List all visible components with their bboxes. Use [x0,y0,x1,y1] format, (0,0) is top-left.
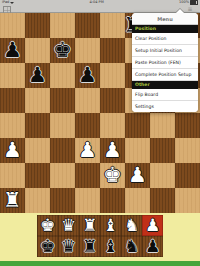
tray-white-rook[interactable]: ♜ [79,215,100,236]
piece-tray: ♚♛♜♝♞♟♚♛♜♝♞♟ [0,213,200,261]
square-a6[interactable] [0,63,25,88]
white-rook-icon: ♜ [82,215,97,236]
square-e2[interactable]: ♚ [100,163,125,188]
square-b4[interactable] [25,113,50,138]
black-rook-icon: ♜ [82,236,97,257]
square-c5[interactable] [50,88,75,113]
square-f1[interactable] [125,188,150,213]
square-e7[interactable] [100,38,125,63]
menu-item-complete-position-setup[interactable]: Complete Position Setup [132,69,198,81]
menu-item-clear-position[interactable]: Clear Position [132,33,198,45]
square-a8[interactable] [0,13,25,38]
tray-black-queen[interactable]: ♛ [58,236,79,257]
square-h3[interactable] [175,138,200,163]
black-king-icon: ♚ [40,236,55,257]
menu-section-position: Position [132,25,198,33]
tray-white-bishop[interactable]: ♝ [100,215,121,236]
square-a1[interactable]: ♜ [0,188,25,213]
tray-white-knight[interactable]: ♞ [121,215,142,236]
white-bishop-icon: ♝ [103,215,118,236]
bottom-bar [0,261,200,266]
square-e5[interactable] [100,88,125,113]
tray-white-queen[interactable]: ♛ [58,215,79,236]
square-e1[interactable] [100,188,125,213]
white-pawn-icon: ♟ [145,215,160,236]
white-king: ♚ [103,163,122,188]
square-g3[interactable] [150,138,175,163]
square-g1[interactable] [150,188,175,213]
square-g2[interactable] [150,163,175,188]
square-c8[interactable] [50,13,75,38]
square-c3[interactable] [50,138,75,163]
nav-bar: New Position ≡ [0,5,200,13]
white-pawn: ♟ [78,138,97,163]
square-e3[interactable]: ♟ [100,138,125,163]
menu-button[interactable]: ≡ [186,6,194,12]
tray-black-rook[interactable]: ♜ [79,236,100,257]
header: iPad 4:04 PM 100% New Position ≡ [0,0,200,13]
tray-black-pawn[interactable]: ♟ [142,236,163,257]
wifi-icon [10,2,14,4]
square-c2[interactable] [50,163,75,188]
black-bishop-icon: ♝ [103,236,118,257]
white-pawn: ♟ [3,138,22,163]
square-d8[interactable] [75,13,100,38]
square-a2[interactable] [0,163,25,188]
tray-white-pawn[interactable]: ♟ [142,215,163,236]
square-d1[interactable] [75,188,100,213]
square-c1[interactable] [50,188,75,213]
square-h4[interactable] [175,113,200,138]
square-f4[interactable] [125,113,150,138]
square-d5[interactable] [75,88,100,113]
square-b8[interactable] [25,13,50,38]
square-b7[interactable] [25,38,50,63]
white-rook: ♜ [3,188,22,213]
piece-tray-grid: ♚♛♜♝♞♟♚♛♜♝♞♟ [37,215,163,257]
square-b2[interactable] [25,163,50,188]
square-a4[interactable] [0,113,25,138]
square-a3[interactable]: ♟ [0,138,25,163]
tray-white-king[interactable]: ♚ [37,215,58,236]
black-king: ♚ [53,38,72,63]
white-king-icon: ♚ [40,215,55,236]
popover-menu: Menu PositionClear PositionSetup Initial… [132,13,198,112]
square-d7[interactable] [75,38,100,63]
white-knight-icon: ♞ [124,215,139,236]
square-b5[interactable] [25,88,50,113]
white-pawn: ♟ [103,138,122,163]
black-pawn: ♟ [78,63,97,88]
menu-item-flip-board[interactable]: Flip Board [132,89,198,101]
square-h1[interactable] [175,188,200,213]
tray-black-bishop[interactable]: ♝ [100,236,121,257]
black-knight-icon: ♞ [124,236,139,257]
menu-item-paste-position-fen[interactable]: Paste Position (FEN) [132,57,198,69]
square-b1[interactable] [25,188,50,213]
square-e8[interactable] [100,13,125,38]
square-d4[interactable] [75,113,100,138]
square-e4[interactable] [100,113,125,138]
square-c6[interactable] [50,63,75,88]
square-b3[interactable] [25,138,50,163]
black-queen-icon: ♛ [61,236,76,257]
black-pawn: ♟ [3,38,22,63]
menu-item-setup-initial-position[interactable]: Setup Initial Position [132,45,198,57]
square-c7[interactable]: ♚ [50,38,75,63]
square-h2[interactable] [175,163,200,188]
menu-section-other: Other [132,81,198,89]
square-d2[interactable] [75,163,100,188]
menu-title: Menu [132,13,198,25]
square-e6[interactable] [100,63,125,88]
square-d6[interactable]: ♟ [75,63,100,88]
square-a5[interactable] [0,88,25,113]
tray-black-king[interactable]: ♚ [37,236,58,257]
square-g4[interactable] [150,113,175,138]
square-d3[interactable]: ♟ [75,138,100,163]
square-a7[interactable]: ♟ [0,38,25,63]
tray-black-knight[interactable]: ♞ [121,236,142,257]
white-pawn: ♟ [128,163,147,188]
square-c4[interactable] [50,113,75,138]
white-queen-icon: ♛ [61,215,76,236]
popover-arrow-icon [176,9,184,13]
square-f2[interactable]: ♟ [125,163,150,188]
square-b6[interactable]: ♟ [25,63,50,88]
square-f3[interactable] [125,138,150,163]
black-pawn-icon: ♟ [145,236,160,257]
menu-item-settings[interactable]: Settings [132,101,198,112]
black-pawn: ♟ [28,63,47,88]
